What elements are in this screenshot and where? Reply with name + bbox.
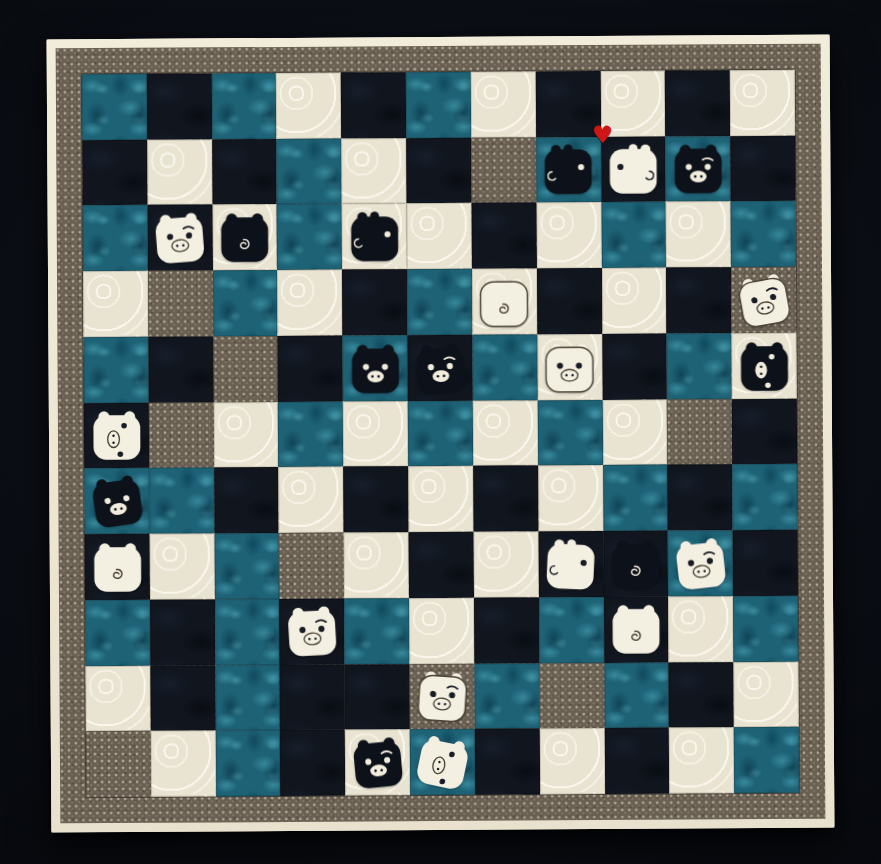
square-r9-c7[interactable] [474,597,539,663]
square-r4-c10[interactable] [666,267,731,333]
quilt-border: ♥ [56,44,826,824]
white-pig-face-brow[interactable] [736,272,792,329]
square-r9-c9[interactable] [604,596,669,662]
square-r3-c3[interactable] [212,204,277,270]
square-r4-c1[interactable] [83,271,148,337]
square-r8-c1[interactable] [85,534,150,600]
square-r5-c8[interactable] [537,334,602,400]
square-r7-c1[interactable] [84,468,149,534]
black-pig-side-right[interactable] [346,208,402,265]
square-r4-c4[interactable] [277,270,342,336]
square-r1-c7[interactable] [471,71,536,137]
square-r2-c11[interactable] [730,136,795,202]
square-r3-c4[interactable] [277,204,342,270]
black-pig-face[interactable] [89,473,145,530]
square-r7-c7[interactable] [473,466,538,532]
square-r2-c2[interactable] [147,139,212,205]
square-r7-c6[interactable] [408,466,473,532]
square-r10-c6[interactable] [409,663,474,729]
square-r2-c3[interactable] [212,139,277,205]
square-r8-c8[interactable] [538,531,603,597]
square-r6-c3[interactable] [213,402,278,468]
square-r11-c5[interactable] [345,729,410,795]
square-r1-c10[interactable] [665,70,730,136]
square-r1-c2[interactable] [147,73,212,139]
square-r9-c2[interactable] [150,599,215,665]
square-r5-c5[interactable] [343,335,408,401]
square-r6-c5[interactable] [343,401,408,467]
square-r6-c1[interactable] [84,402,149,468]
square-r5-c2[interactable] [148,336,213,402]
pig-checkerboard-quilt: ♥ [47,35,835,833]
square-r5-c1[interactable] [83,337,148,403]
square-r6-c4[interactable] [278,401,343,467]
white-pig-side-right[interactable] [543,536,599,593]
square-r4-c7[interactable] [472,269,537,335]
square-r11-c4[interactable] [280,730,345,796]
square-r8-c2[interactable] [149,533,214,599]
square-r5-c7[interactable] [472,334,537,400]
square-r4-c3[interactable] [213,270,278,336]
square-r5-c6[interactable] [407,335,472,401]
game-board: ♥ [82,70,799,797]
square-r2-c1[interactable] [82,140,147,206]
square-r3-c1[interactable] [83,205,148,271]
square-r3-c10[interactable] [666,202,731,268]
black-pig-side-right[interactable] [540,141,596,198]
square-r4-c5[interactable] [342,269,407,335]
photo-backdrop-wall: ♥ [0,0,881,864]
square-r10-c1[interactable] [85,665,150,731]
square-r7-c2[interactable] [149,468,214,534]
square-r2-c6[interactable] [406,138,471,204]
square-r6-c9[interactable] [602,399,667,465]
square-r3-c2[interactable] [147,205,212,271]
square-r2-c10[interactable] [666,136,731,202]
heart-icon: ♥ [592,123,614,147]
square-r3-c6[interactable] [407,203,472,269]
white-pig-face-brow[interactable] [673,535,729,592]
white-pig-butt[interactable] [89,538,145,595]
square-r6-c8[interactable] [538,400,603,466]
square-r6-c11[interactable] [732,398,797,464]
square-r7-c8[interactable] [538,465,603,531]
black-pig-face[interactable] [347,340,403,397]
square-r10-c11[interactable] [734,661,799,727]
square-r11-c11[interactable] [734,727,799,793]
square-r11-c6[interactable] [410,729,475,795]
square-r9-c10[interactable] [668,596,733,662]
square-r11-c2[interactable] [151,731,216,797]
black-pig-rotated-face[interactable] [736,337,792,394]
white-pig-side-left[interactable] [605,141,661,198]
square-r9-c8[interactable] [539,597,604,663]
square-r7-c9[interactable] [603,465,668,531]
square-r1-c5[interactable] [341,72,406,138]
square-r8-c3[interactable] [214,533,279,599]
square-r3-c11[interactable] [731,201,796,267]
square-r3-c8[interactable] [536,202,601,268]
white-pig-butt[interactable] [608,601,664,658]
square-r4-c11[interactable] [731,267,796,333]
square-r3-c5[interactable] [342,204,407,270]
square-r8-c5[interactable] [344,532,409,598]
square-r6-c10[interactable] [667,399,732,465]
square-r10-c2[interactable] [150,665,215,731]
square-r4-c8[interactable] [537,268,602,334]
square-r10-c10[interactable] [669,662,734,728]
square-r7-c10[interactable] [668,465,733,531]
square-r3-c7[interactable] [472,203,537,269]
square-r4-c9[interactable] [602,268,667,334]
square-r10-c5[interactable] [345,664,410,730]
square-r1-c11[interactable] [730,70,795,136]
square-r8-c9[interactable] [603,531,668,597]
white-pig-face-brow[interactable] [284,603,340,660]
square-r11-c7[interactable] [475,729,540,795]
square-r9-c6[interactable] [409,598,474,664]
square-r11-c10[interactable] [669,727,734,793]
square-r10-c3[interactable] [215,665,280,731]
square-r2-c5[interactable] [341,138,406,204]
square-r9-c1[interactable] [85,600,150,666]
square-r7-c4[interactable] [279,467,344,533]
square-r6-c2[interactable] [149,402,214,468]
square-r7-c3[interactable] [214,467,279,533]
square-r8-c11[interactable] [733,530,798,596]
square-r9-c11[interactable] [733,596,798,662]
square-r8-c10[interactable] [668,530,733,596]
square-r5-c10[interactable] [667,333,732,399]
square-r10-c8[interactable] [539,663,604,729]
square-r8-c4[interactable] [279,533,344,599]
square-r1-c6[interactable] [406,72,471,138]
square-r5-c4[interactable] [278,336,343,402]
square-r11-c3[interactable] [215,730,280,796]
square-r11-c1[interactable] [86,731,151,797]
square-r5-c9[interactable] [602,334,667,400]
square-r5-c11[interactable] [732,333,797,399]
white-pig-face-brow[interactable] [414,668,470,725]
square-r1-c1[interactable] [82,74,147,140]
square-r1-c4[interactable] [276,73,341,139]
square-r2-c4[interactable] [277,138,342,204]
square-r10-c7[interactable] [474,663,539,729]
square-r5-c3[interactable] [213,336,278,402]
square-r8-c7[interactable] [474,531,539,597]
square-r10-c9[interactable] [604,662,669,728]
square-r4-c2[interactable] [148,271,213,337]
black-pig-face-brow[interactable] [350,734,406,791]
square-r6-c6[interactable] [408,400,473,466]
square-r3-c9[interactable] [601,202,666,268]
square-r9-c4[interactable] [279,598,344,664]
square-r1-c3[interactable] [211,73,276,139]
black-pig-butt[interactable] [608,535,664,592]
black-pig-face-brow[interactable] [412,339,468,396]
white-pig-butt[interactable] [476,273,532,330]
black-pig-butt[interactable] [217,209,273,266]
black-pig-face-brow[interactable] [670,141,726,198]
square-r4-c6[interactable] [407,269,472,335]
square-r11-c9[interactable] [604,728,669,794]
white-pig-rotated-face[interactable] [88,407,144,464]
square-r2-c9[interactable]: ♥ [601,136,666,202]
square-r9-c3[interactable] [215,599,280,665]
square-r8-c6[interactable] [409,532,474,598]
white-pig-face-brow[interactable] [152,209,208,266]
white-pig-rotated-face[interactable] [414,734,470,791]
square-r10-c4[interactable] [280,664,345,730]
square-r7-c5[interactable] [343,467,408,533]
square-r11-c8[interactable] [540,728,605,794]
white-pig-face[interactable] [542,339,598,396]
square-r9-c5[interactable] [344,598,409,664]
square-r6-c7[interactable] [473,400,538,466]
square-r2-c7[interactable] [471,137,536,203]
square-r7-c11[interactable] [732,464,797,530]
